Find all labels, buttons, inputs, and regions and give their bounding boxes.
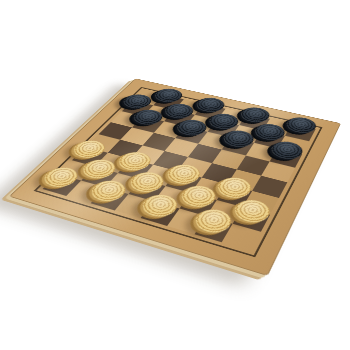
photo-stage [0, 0, 350, 350]
cream-piece[interactable] [176, 183, 220, 210]
cream-piece[interactable] [163, 162, 205, 187]
checkers-board [9, 78, 341, 276]
board-grid [43, 90, 316, 251]
cream-piece[interactable] [114, 149, 156, 173]
black-piece[interactable] [284, 115, 320, 135]
